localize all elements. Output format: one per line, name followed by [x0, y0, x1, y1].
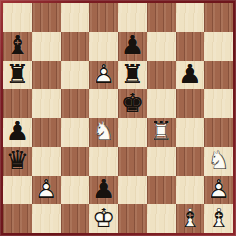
square-g8[interactable] [176, 3, 205, 32]
square-b7[interactable] [32, 32, 61, 61]
piece-white-king-d1[interactable]: ♚♔ [89, 204, 118, 233]
square-h3[interactable]: ♞♘ [204, 147, 233, 176]
square-c2[interactable] [61, 176, 90, 205]
square-c6[interactable] [61, 61, 90, 90]
square-a8[interactable] [3, 3, 32, 32]
square-e2[interactable] [118, 176, 147, 205]
piece-black-pawn-g6[interactable]: ♟♟ [176, 61, 205, 90]
piece-black-pawn-e7[interactable]: ♟♟ [118, 32, 147, 61]
square-a4[interactable]: ♟♟ [3, 118, 32, 147]
square-g5[interactable] [176, 89, 205, 118]
square-b6[interactable] [32, 61, 61, 90]
white-pawn-outline-icon: ♙ [207, 176, 230, 202]
white-king-outline-icon: ♔ [92, 205, 115, 231]
black-king-outline-icon: ♚ [121, 90, 144, 116]
black-pawn-outline-icon: ♟ [92, 176, 115, 202]
black-queen-outline-icon: ♛ [6, 147, 29, 173]
square-e4[interactable] [118, 118, 147, 147]
white-knight-outline-icon: ♘ [92, 118, 115, 144]
square-d5[interactable] [89, 89, 118, 118]
square-b8[interactable] [32, 3, 61, 32]
square-e5[interactable]: ♚♚ [118, 89, 147, 118]
square-b3[interactable] [32, 147, 61, 176]
square-h1[interactable]: ♝♗ [204, 204, 233, 233]
square-f7[interactable] [147, 32, 176, 61]
square-h8[interactable] [204, 3, 233, 32]
square-a3[interactable]: ♛♛ [3, 147, 32, 176]
black-rook-outline-icon: ♜ [6, 61, 29, 87]
piece-white-knight-d4[interactable]: ♞♘ [89, 118, 118, 147]
piece-black-pawn-d2[interactable]: ♟♟ [89, 176, 118, 205]
square-b2[interactable]: ♟♙ [32, 176, 61, 205]
square-d1[interactable]: ♚♔ [89, 204, 118, 233]
square-h5[interactable] [204, 89, 233, 118]
white-knight-outline-icon: ♘ [207, 147, 230, 173]
square-c1[interactable] [61, 204, 90, 233]
square-f1[interactable] [147, 204, 176, 233]
chess-board: ♝♝♟♟♜♜♟♙♜♜♟♟♚♚♟♟♞♘♜♖♛♛♞♘♟♙♟♟♟♙♚♔♝♗♝♗ [3, 3, 233, 233]
white-rook-outline-icon: ♖ [149, 118, 172, 144]
square-f4[interactable]: ♜♖ [147, 118, 176, 147]
square-h4[interactable] [204, 118, 233, 147]
square-a6[interactable]: ♜♜ [3, 61, 32, 90]
square-e6[interactable]: ♜♜ [118, 61, 147, 90]
square-a5[interactable] [3, 89, 32, 118]
black-pawn-outline-icon: ♟ [6, 118, 29, 144]
piece-black-bishop-a7[interactable]: ♝♝ [3, 32, 32, 61]
square-g6[interactable]: ♟♟ [176, 61, 205, 90]
square-h7[interactable] [204, 32, 233, 61]
square-d7[interactable] [89, 32, 118, 61]
square-a1[interactable] [3, 204, 32, 233]
square-e3[interactable] [118, 147, 147, 176]
piece-black-queen-a3[interactable]: ♛♛ [3, 147, 32, 176]
square-f6[interactable] [147, 61, 176, 90]
square-a7[interactable]: ♝♝ [3, 32, 32, 61]
square-e7[interactable]: ♟♟ [118, 32, 147, 61]
square-f5[interactable] [147, 89, 176, 118]
square-f8[interactable] [147, 3, 176, 32]
square-b1[interactable] [32, 204, 61, 233]
black-pawn-outline-icon: ♟ [121, 32, 144, 58]
square-d6[interactable]: ♟♙ [89, 61, 118, 90]
piece-white-pawn-h2[interactable]: ♟♙ [204, 176, 233, 205]
piece-black-king-e5[interactable]: ♚♚ [118, 89, 147, 118]
square-f2[interactable] [147, 176, 176, 205]
white-pawn-outline-icon: ♙ [92, 61, 115, 87]
square-c4[interactable] [61, 118, 90, 147]
square-c7[interactable] [61, 32, 90, 61]
black-rook-outline-icon: ♜ [121, 61, 144, 87]
square-g4[interactable] [176, 118, 205, 147]
chess-board-frame: ♝♝♟♟♜♜♟♙♜♜♟♟♚♚♟♟♞♘♜♖♛♛♞♘♟♙♟♟♟♙♚♔♝♗♝♗ [0, 0, 236, 236]
square-d8[interactable] [89, 3, 118, 32]
square-h2[interactable]: ♟♙ [204, 176, 233, 205]
white-bishop-outline-icon: ♗ [178, 205, 201, 231]
square-c8[interactable] [61, 3, 90, 32]
square-b5[interactable] [32, 89, 61, 118]
black-bishop-outline-icon: ♝ [6, 32, 29, 58]
square-a2[interactable] [3, 176, 32, 205]
piece-white-pawn-d6[interactable]: ♟♙ [89, 61, 118, 90]
square-h6[interactable] [204, 61, 233, 90]
square-e1[interactable] [118, 204, 147, 233]
piece-white-rook-f4[interactable]: ♜♖ [147, 118, 176, 147]
square-d3[interactable] [89, 147, 118, 176]
square-g2[interactable] [176, 176, 205, 205]
square-g7[interactable] [176, 32, 205, 61]
black-pawn-outline-icon: ♟ [178, 61, 201, 87]
square-c3[interactable] [61, 147, 90, 176]
square-g1[interactable]: ♝♗ [176, 204, 205, 233]
square-g3[interactable] [176, 147, 205, 176]
piece-black-rook-e6[interactable]: ♜♜ [118, 61, 147, 90]
piece-white-pawn-b2[interactable]: ♟♙ [32, 176, 61, 205]
square-f3[interactable] [147, 147, 176, 176]
piece-white-knight-h3[interactable]: ♞♘ [204, 147, 233, 176]
piece-white-bishop-h1[interactable]: ♝♗ [204, 204, 233, 233]
square-d2[interactable]: ♟♟ [89, 176, 118, 205]
square-b4[interactable] [32, 118, 61, 147]
square-d4[interactable]: ♞♘ [89, 118, 118, 147]
white-bishop-outline-icon: ♗ [207, 205, 230, 231]
piece-white-bishop-g1[interactable]: ♝♗ [176, 204, 205, 233]
square-c5[interactable] [61, 89, 90, 118]
piece-black-pawn-a4[interactable]: ♟♟ [3, 118, 32, 147]
square-e8[interactable] [118, 3, 147, 32]
piece-black-rook-a6[interactable]: ♜♜ [3, 61, 32, 90]
white-pawn-outline-icon: ♙ [34, 176, 57, 202]
